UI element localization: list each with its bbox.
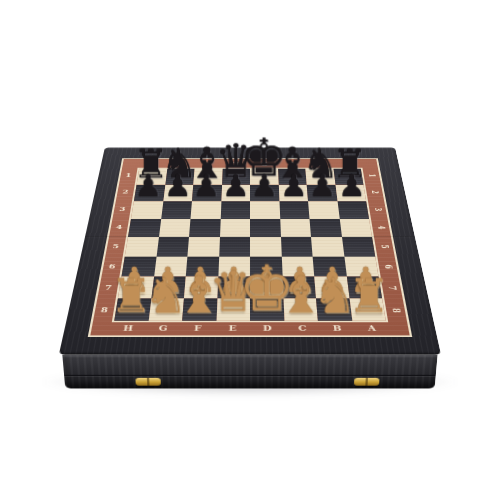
square-h5[interactable]	[125, 237, 159, 256]
coord-label: 1	[119, 168, 137, 184]
coord-label: F	[194, 159, 222, 168]
coord-label: 2	[116, 184, 135, 201]
coord-label: 4	[109, 218, 129, 237]
coord-label: B	[319, 322, 355, 335]
square-h3[interactable]	[131, 201, 163, 218]
square-b2[interactable]: ♟	[307, 185, 337, 202]
brass-hinge	[135, 378, 161, 386]
square-b8[interactable]: ♞	[316, 298, 352, 321]
coord-label: 1	[357, 171, 387, 180]
coord-label: B	[306, 159, 335, 168]
square-f3[interactable]	[191, 201, 221, 218]
square-g2[interactable]: ♟	[163, 185, 193, 202]
square-b3[interactable]	[308, 201, 339, 218]
file-labels-top: HGFEDCBA	[138, 159, 363, 168]
square-d3[interactable]	[250, 201, 280, 218]
coord-label: C	[285, 322, 321, 335]
lid-seam	[64, 375, 436, 376]
piece-dark-pawn[interactable]: ♟	[251, 170, 278, 200]
square-e2[interactable]: ♟	[221, 185, 250, 202]
coord-label: D	[250, 322, 285, 335]
coord-label: 2	[359, 188, 390, 197]
box-front-face	[62, 355, 437, 389]
coord-label: C	[278, 159, 306, 168]
square-f5[interactable]	[187, 237, 219, 256]
square-d2[interactable]: ♟	[250, 185, 279, 202]
photo-canvas: HGFEDCBA HGFEDCBA 12345678 12345678 ♜♞♝♛…	[0, 0, 500, 500]
piece-dark-pawn[interactable]: ♟	[222, 170, 249, 200]
piece-dark-pawn[interactable]: ♟	[193, 170, 220, 200]
scene: HGFEDCBA HGFEDCBA 12345678 12345678 ♜♞♝♛…	[0, 72, 500, 472]
coord-label: 3	[362, 205, 394, 215]
coord-label: A	[354, 322, 391, 335]
piece-dark-pawn[interactable]: ♟	[164, 170, 191, 200]
square-c3[interactable]	[279, 201, 309, 218]
chess-box: HGFEDCBA HGFEDCBA 12345678 12345678 ♜♞♝♛…	[59, 148, 441, 355]
coord-label: E	[215, 322, 250, 335]
coord-label: G	[166, 159, 195, 168]
chess-board: ♜♞♝♛♚♝♞♜♟♟♟♟♟♟♟♟♟♟♟♟♟♟♟♟♜♞♝♛♚♝♞♜	[112, 168, 388, 323]
coord-label: H	[138, 159, 167, 168]
square-b5[interactable]	[311, 237, 344, 256]
square-a8[interactable]: ♜	[349, 298, 386, 321]
coord-label: D	[250, 159, 278, 168]
square-c2[interactable]: ♟	[278, 185, 308, 202]
coord-label: A	[333, 159, 362, 168]
coord-label: 3	[113, 201, 133, 219]
coord-label: E	[222, 159, 250, 168]
square-a5[interactable]	[342, 237, 376, 256]
square-f2[interactable]: ♟	[192, 185, 222, 202]
square-g3[interactable]	[161, 201, 192, 218]
square-h2[interactable]: ♟	[134, 185, 165, 202]
piece-light-rook[interactable]: ♜	[348, 273, 390, 320]
coord-label: 4	[365, 222, 397, 232]
coord-label: G	[145, 322, 181, 335]
square-e3[interactable]	[220, 201, 250, 218]
coord-label: H	[110, 322, 147, 335]
square-g5[interactable]	[156, 237, 189, 256]
brass-hinge	[354, 378, 380, 386]
file-labels-bottom: HGFEDCBA	[110, 322, 391, 335]
piece-dark-pawn[interactable]: ♟	[309, 170, 336, 200]
coord-label: F	[180, 322, 216, 335]
piece-dark-pawn[interactable]: ♟	[280, 170, 307, 200]
piece-dark-pawn[interactable]: ♟	[135, 170, 162, 200]
